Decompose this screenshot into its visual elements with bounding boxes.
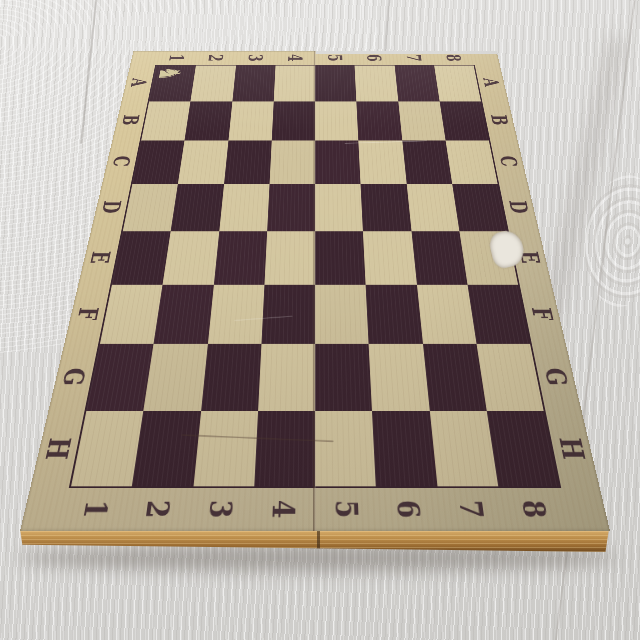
rank-label-right-B: B xyxy=(488,115,512,125)
file-label-top-slot: 3 xyxy=(235,51,276,65)
square-G1 xyxy=(86,344,153,411)
rank-label-left-B: B xyxy=(119,115,143,125)
square-C2 xyxy=(178,140,228,183)
square-B5 xyxy=(315,101,358,140)
square-A8 xyxy=(434,66,481,102)
square-D8 xyxy=(452,184,507,232)
square-D4 xyxy=(267,184,315,232)
file-label-top-slot: 8 xyxy=(433,51,475,65)
square-C4 xyxy=(269,140,315,183)
file-label-top-2: 2 xyxy=(206,54,227,61)
file-label-bottom-slot: 4 xyxy=(251,488,315,531)
file-label-top-slot: 1 xyxy=(155,51,197,65)
square-D7 xyxy=(406,184,459,232)
square-A5 xyxy=(315,66,356,102)
square-G2 xyxy=(144,344,208,411)
square-C3 xyxy=(224,140,272,183)
file-label-bottom-4: 4 xyxy=(268,500,300,518)
square-A1: ♞ xyxy=(149,66,196,102)
square-B3 xyxy=(228,101,273,140)
rank-label-right-H: H xyxy=(555,437,590,460)
file-label-top-3: 3 xyxy=(245,54,265,61)
square-C5 xyxy=(315,140,361,183)
square-A3 xyxy=(232,66,275,102)
square-C7 xyxy=(402,140,452,183)
rank-label-right-C: C xyxy=(496,156,521,167)
file-label-bottom-8: 8 xyxy=(517,500,552,518)
rank-label-left-G: G xyxy=(58,368,90,386)
square-F2 xyxy=(154,284,214,343)
square-G3 xyxy=(201,344,262,411)
file-label-top-4: 4 xyxy=(285,54,305,61)
square-F5 xyxy=(315,284,369,343)
square-F7 xyxy=(417,284,477,343)
file-label-top-slot: 5 xyxy=(315,51,355,65)
file-label-top-7: 7 xyxy=(404,54,425,61)
square-E2 xyxy=(163,231,219,284)
file-label-bottom-6: 6 xyxy=(393,500,426,518)
square-E1 xyxy=(112,231,171,284)
file-label-top-slot: 6 xyxy=(354,51,395,65)
square-H4 xyxy=(254,411,315,487)
file-label-bottom-slot: 8 xyxy=(500,488,570,531)
file-label-bottom-slot: 1 xyxy=(60,488,130,531)
file-label-bottom-3: 3 xyxy=(204,500,237,518)
file-label-bottom-slot: 6 xyxy=(377,488,443,531)
rank-label-left-H: H xyxy=(41,437,76,460)
square-A7 xyxy=(394,66,439,102)
square-D6 xyxy=(361,184,411,232)
square-H3 xyxy=(193,411,258,487)
rank-label-left-D: D xyxy=(98,200,125,213)
square-E5 xyxy=(315,231,366,284)
fold-seam xyxy=(313,51,316,531)
square-H5 xyxy=(315,411,376,487)
rank-label-left-A: A xyxy=(128,78,150,87)
square-A4 xyxy=(274,66,315,102)
square-A6 xyxy=(355,66,398,102)
square-E3 xyxy=(213,231,266,284)
knight-stamp-icon: ♞ xyxy=(154,66,186,80)
rank-label-left-F: F xyxy=(73,307,102,320)
square-F1 xyxy=(100,284,163,343)
file-label-top-1: 1 xyxy=(166,54,187,61)
square-A2 xyxy=(191,66,236,102)
file-label-top-slot: 2 xyxy=(195,51,236,65)
square-F4 xyxy=(261,284,315,343)
square-C6 xyxy=(358,140,406,183)
rank-label-left-C: C xyxy=(109,156,134,167)
square-C1 xyxy=(132,140,184,183)
file-label-bottom-2: 2 xyxy=(141,500,175,518)
square-D2 xyxy=(171,184,224,232)
square-E7 xyxy=(411,231,467,284)
square-G5 xyxy=(315,344,372,411)
file-label-bottom-slot: 7 xyxy=(438,488,506,531)
file-label-top-8: 8 xyxy=(443,54,464,61)
file-label-bottom-slot: 3 xyxy=(188,488,254,531)
square-B1 xyxy=(141,101,190,140)
file-label-top-slot: 4 xyxy=(275,51,315,65)
square-D1 xyxy=(123,184,178,232)
square-G8 xyxy=(476,344,543,411)
square-F3 xyxy=(207,284,264,343)
file-label-bottom-1: 1 xyxy=(78,500,113,518)
file-label-top-slot: 7 xyxy=(393,51,434,65)
square-D3 xyxy=(219,184,269,232)
square-F8 xyxy=(467,284,530,343)
square-B8 xyxy=(439,101,488,140)
rank-label-right-F: F xyxy=(528,307,557,320)
square-D5 xyxy=(315,184,363,232)
file-label-bottom-5: 5 xyxy=(330,500,362,518)
square-C8 xyxy=(445,140,497,183)
rank-label-right-D: D xyxy=(505,200,532,213)
square-F6 xyxy=(366,284,423,343)
file-label-bottom-7: 7 xyxy=(455,500,489,518)
file-label-top-5: 5 xyxy=(325,54,345,61)
rank-label-left-E: E xyxy=(86,251,114,264)
file-label-bottom-slot: 2 xyxy=(124,488,192,531)
square-B6 xyxy=(356,101,401,140)
file-label-top-6: 6 xyxy=(364,54,384,61)
square-H6 xyxy=(372,411,437,487)
square-E4 xyxy=(264,231,315,284)
square-H2 xyxy=(132,411,201,487)
square-G6 xyxy=(369,344,430,411)
floor-plank-line xyxy=(383,0,390,54)
square-B7 xyxy=(398,101,445,140)
square-B4 xyxy=(272,101,315,140)
rank-label-right-G: G xyxy=(540,368,572,386)
square-B2 xyxy=(185,101,232,140)
square-E6 xyxy=(363,231,416,284)
square-G4 xyxy=(258,344,315,411)
rank-label-right-A: A xyxy=(480,78,502,87)
file-label-bottom-slot: 5 xyxy=(315,488,379,531)
